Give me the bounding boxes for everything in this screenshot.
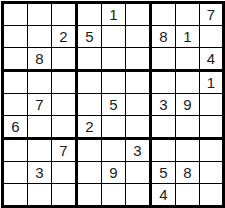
cell-r3c1[interactable] — [4, 48, 28, 72]
cell-r6c4[interactable]: 2 — [78, 116, 102, 140]
cell-r4c2[interactable] — [28, 72, 52, 94]
cell-r2c4[interactable]: 5 — [78, 26, 102, 48]
cell-r1c1[interactable] — [4, 4, 28, 26]
cell-r1c8[interactable] — [176, 4, 200, 26]
cell-r3c8[interactable] — [176, 48, 200, 72]
cell-r7c2[interactable] — [28, 140, 52, 162]
cell-r1c7[interactable] — [152, 4, 176, 26]
cell-r6c6[interactable] — [126, 116, 152, 140]
cell-r2c7[interactable]: 8 — [152, 26, 176, 48]
cell-r6c2[interactable] — [28, 116, 52, 140]
cell-r1c4[interactable] — [78, 4, 102, 26]
cell-r2c6[interactable] — [126, 26, 152, 48]
cell-r6c3[interactable] — [52, 116, 78, 140]
cell-r9c6[interactable] — [126, 184, 152, 205]
cell-r5c9[interactable] — [200, 94, 222, 116]
cell-r5c8[interactable]: 9 — [176, 94, 200, 116]
cell-r6c7[interactable] — [152, 116, 176, 140]
cell-r5c2[interactable]: 7 — [28, 94, 52, 116]
cell-r3c4[interactable] — [78, 48, 102, 72]
cell-r3c7[interactable] — [152, 48, 176, 72]
cell-r8c6[interactable] — [126, 162, 152, 184]
cell-r9c5[interactable] — [102, 184, 126, 205]
cell-r3c5[interactable] — [102, 48, 126, 72]
cell-r2c5[interactable] — [102, 26, 126, 48]
cell-r6c8[interactable] — [176, 116, 200, 140]
cell-r9c2[interactable] — [28, 184, 52, 205]
sudoku-board: 1725818417539627339584 — [1, 1, 225, 208]
cell-r1c5[interactable]: 1 — [102, 4, 126, 26]
cell-r7c7[interactable] — [152, 140, 176, 162]
cell-r9c7[interactable]: 4 — [152, 184, 176, 205]
cell-r6c1[interactable]: 6 — [4, 116, 28, 140]
cell-r7c9[interactable] — [200, 140, 222, 162]
cell-r5c3[interactable] — [52, 94, 78, 116]
cell-r8c2[interactable]: 3 — [28, 162, 52, 184]
cell-r5c4[interactable] — [78, 94, 102, 116]
cell-r5c7[interactable]: 3 — [152, 94, 176, 116]
cell-r3c2[interactable]: 8 — [28, 48, 52, 72]
cell-r8c3[interactable] — [52, 162, 78, 184]
cell-r3c9[interactable]: 4 — [200, 48, 222, 72]
cell-r5c1[interactable] — [4, 94, 28, 116]
cell-r1c3[interactable] — [52, 4, 78, 26]
cell-r9c9[interactable] — [200, 184, 222, 205]
cell-r4c4[interactable] — [78, 72, 102, 94]
cell-r2c9[interactable] — [200, 26, 222, 48]
cell-r8c7[interactable]: 5 — [152, 162, 176, 184]
cell-r7c4[interactable] — [78, 140, 102, 162]
cell-r1c6[interactable] — [126, 4, 152, 26]
cell-r4c9[interactable]: 1 — [200, 72, 222, 94]
cell-r9c1[interactable] — [4, 184, 28, 205]
cell-r4c1[interactable] — [4, 72, 28, 94]
cell-r9c4[interactable] — [78, 184, 102, 205]
cell-r1c2[interactable] — [28, 4, 52, 26]
cell-r2c8[interactable]: 1 — [176, 26, 200, 48]
cell-r7c3[interactable]: 7 — [52, 140, 78, 162]
cell-r8c4[interactable] — [78, 162, 102, 184]
cell-r8c1[interactable] — [4, 162, 28, 184]
cell-r8c5[interactable]: 9 — [102, 162, 126, 184]
cell-r8c8[interactable]: 8 — [176, 162, 200, 184]
cell-r4c6[interactable] — [126, 72, 152, 94]
cell-r9c8[interactable] — [176, 184, 200, 205]
cell-r5c6[interactable] — [126, 94, 152, 116]
cell-r7c5[interactable] — [102, 140, 126, 162]
cell-r4c5[interactable] — [102, 72, 126, 94]
cell-r4c8[interactable] — [176, 72, 200, 94]
cell-r7c1[interactable] — [4, 140, 28, 162]
cell-r4c3[interactable] — [52, 72, 78, 94]
cell-r6c9[interactable] — [200, 116, 222, 140]
cell-r2c3[interactable]: 2 — [52, 26, 78, 48]
cell-r1c9[interactable]: 7 — [200, 4, 222, 26]
cell-r7c8[interactable] — [176, 140, 200, 162]
cell-r8c9[interactable] — [200, 162, 222, 184]
cell-r5c5[interactable]: 5 — [102, 94, 126, 116]
cell-r4c7[interactable] — [152, 72, 176, 94]
cell-r2c2[interactable] — [28, 26, 52, 48]
cell-r3c6[interactable] — [126, 48, 152, 72]
cell-r9c3[interactable] — [52, 184, 78, 205]
cell-r3c3[interactable] — [52, 48, 78, 72]
cell-r2c1[interactable] — [4, 26, 28, 48]
cell-r7c6[interactable]: 3 — [126, 140, 152, 162]
cell-r6c5[interactable] — [102, 116, 126, 140]
